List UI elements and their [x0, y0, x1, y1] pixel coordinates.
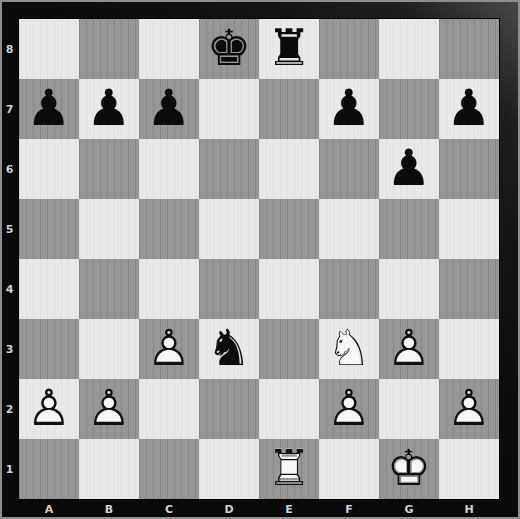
white-piece-outline-glyph: ♙ [447, 383, 492, 433]
square-g2[interactable] [379, 379, 439, 439]
square-e2[interactable] [259, 379, 319, 439]
square-e5[interactable] [259, 199, 319, 259]
piece-white-knight[interactable]: ♞♘ [319, 319, 379, 379]
square-b3[interactable] [79, 319, 139, 379]
square-c4[interactable] [139, 259, 199, 319]
rank-label-7: 7 [0, 79, 19, 139]
black-piece-glyph: ♟ [447, 83, 492, 133]
square-e6[interactable] [259, 139, 319, 199]
square-a5[interactable] [19, 199, 79, 259]
file-label-a: A [19, 499, 79, 519]
square-a2[interactable]: ♟♙ [19, 379, 79, 439]
square-g8[interactable] [379, 19, 439, 79]
square-g7[interactable] [379, 79, 439, 139]
square-b1[interactable] [79, 439, 139, 499]
square-f6[interactable] [319, 139, 379, 199]
piece-black-pawn[interactable]: ♟ [379, 139, 439, 199]
square-g5[interactable] [379, 199, 439, 259]
square-c7[interactable]: ♟ [139, 79, 199, 139]
black-piece-glyph: ♜ [267, 23, 312, 73]
piece-white-king[interactable]: ♚♔ [379, 439, 439, 499]
square-a1[interactable] [19, 439, 79, 499]
square-b2[interactable]: ♟♙ [79, 379, 139, 439]
file-label-g: G [379, 499, 439, 519]
square-h3[interactable] [439, 319, 499, 379]
square-g4[interactable] [379, 259, 439, 319]
piece-black-pawn[interactable]: ♟ [439, 79, 499, 139]
square-h1[interactable] [439, 439, 499, 499]
square-h5[interactable] [439, 199, 499, 259]
square-e3[interactable] [259, 319, 319, 379]
file-label-h: H [439, 499, 499, 519]
file-label-e: E [259, 499, 319, 519]
piece-black-pawn[interactable]: ♟ [19, 79, 79, 139]
black-piece-glyph: ♟ [387, 143, 432, 193]
square-d6[interactable] [199, 139, 259, 199]
chess-board: ♚♜♟♟♟♟♟♟♟♙♞♞♘♟♙♟♙♟♙♟♙♟♙♜♖♚♔ [19, 19, 499, 499]
white-piece-outline-glyph: ♖ [267, 443, 312, 493]
square-d8[interactable]: ♚ [199, 19, 259, 79]
piece-white-pawn[interactable]: ♟♙ [319, 379, 379, 439]
white-piece-outline-glyph: ♙ [27, 383, 72, 433]
square-d5[interactable] [199, 199, 259, 259]
rank-label-1: 1 [0, 439, 19, 499]
black-piece-glyph: ♚ [207, 23, 252, 73]
white-piece-outline-glyph: ♙ [327, 383, 372, 433]
square-b8[interactable] [79, 19, 139, 79]
black-piece-glyph: ♟ [327, 83, 372, 133]
square-f8[interactable] [319, 19, 379, 79]
square-h4[interactable] [439, 259, 499, 319]
square-c1[interactable] [139, 439, 199, 499]
piece-white-pawn[interactable]: ♟♙ [19, 379, 79, 439]
square-f5[interactable] [319, 199, 379, 259]
square-c8[interactable] [139, 19, 199, 79]
square-d3[interactable]: ♞ [199, 319, 259, 379]
square-g1[interactable]: ♚♔ [379, 439, 439, 499]
rank-label-8: 8 [0, 19, 19, 79]
piece-white-pawn[interactable]: ♟♙ [139, 319, 199, 379]
square-e4[interactable] [259, 259, 319, 319]
file-labels: ABCDEFGH [19, 499, 499, 519]
square-b5[interactable] [79, 199, 139, 259]
rank-label-4: 4 [0, 259, 19, 319]
file-label-c: C [139, 499, 199, 519]
square-f2[interactable]: ♟♙ [319, 379, 379, 439]
black-piece-glyph: ♟ [87, 83, 132, 133]
piece-white-pawn[interactable]: ♟♙ [439, 379, 499, 439]
rank-label-6: 6 [0, 139, 19, 199]
square-f7[interactable]: ♟ [319, 79, 379, 139]
square-e7[interactable] [259, 79, 319, 139]
square-c5[interactable] [139, 199, 199, 259]
square-h6[interactable] [439, 139, 499, 199]
square-c2[interactable] [139, 379, 199, 439]
square-d4[interactable] [199, 259, 259, 319]
file-label-d: D [199, 499, 259, 519]
white-piece-outline-glyph: ♙ [87, 383, 132, 433]
chess-board-frame: 87654321 ABCDEFGH ♚♜♟♟♟♟♟♟♟♙♞♞♘♟♙♟♙♟♙♟♙♟… [0, 0, 520, 519]
square-b6[interactable] [79, 139, 139, 199]
piece-black-knight[interactable]: ♞ [199, 319, 259, 379]
square-a7[interactable]: ♟ [19, 79, 79, 139]
square-a4[interactable] [19, 259, 79, 319]
square-e8[interactable]: ♜ [259, 19, 319, 79]
black-piece-glyph: ♟ [147, 83, 192, 133]
rank-label-5: 5 [0, 199, 19, 259]
square-h8[interactable] [439, 19, 499, 79]
square-a6[interactable] [19, 139, 79, 199]
piece-white-pawn[interactable]: ♟♙ [379, 319, 439, 379]
square-h2[interactable]: ♟♙ [439, 379, 499, 439]
square-d2[interactable] [199, 379, 259, 439]
piece-white-rook[interactable]: ♜♖ [259, 439, 319, 499]
file-label-f: F [319, 499, 379, 519]
rank-label-3: 3 [0, 319, 19, 379]
black-piece-glyph: ♟ [27, 83, 72, 133]
square-b7[interactable]: ♟ [79, 79, 139, 139]
piece-black-pawn[interactable]: ♟ [139, 79, 199, 139]
white-piece-outline-glyph: ♔ [387, 443, 432, 493]
white-piece-outline-glyph: ♙ [387, 323, 432, 373]
piece-black-pawn[interactable]: ♟ [319, 79, 379, 139]
square-f1[interactable] [319, 439, 379, 499]
square-f3[interactable]: ♞♘ [319, 319, 379, 379]
piece-black-rook[interactable]: ♜ [259, 19, 319, 79]
square-g6[interactable]: ♟ [379, 139, 439, 199]
rank-labels: 87654321 [0, 19, 19, 499]
square-e1[interactable]: ♜♖ [259, 439, 319, 499]
piece-black-pawn[interactable]: ♟ [79, 79, 139, 139]
file-label-b: B [79, 499, 139, 519]
piece-black-king[interactable]: ♚ [199, 19, 259, 79]
piece-white-pawn[interactable]: ♟♙ [79, 379, 139, 439]
square-a8[interactable] [19, 19, 79, 79]
square-c6[interactable] [139, 139, 199, 199]
square-h7[interactable]: ♟ [439, 79, 499, 139]
white-piece-outline-glyph: ♙ [147, 323, 192, 373]
square-d7[interactable] [199, 79, 259, 139]
rank-label-2: 2 [0, 379, 19, 439]
square-a3[interactable] [19, 319, 79, 379]
square-f4[interactable] [319, 259, 379, 319]
square-g3[interactable]: ♟♙ [379, 319, 439, 379]
white-piece-outline-glyph: ♘ [327, 323, 372, 373]
black-piece-glyph: ♞ [207, 323, 252, 373]
square-b4[interactable] [79, 259, 139, 319]
square-c3[interactable]: ♟♙ [139, 319, 199, 379]
square-d1[interactable] [199, 439, 259, 499]
